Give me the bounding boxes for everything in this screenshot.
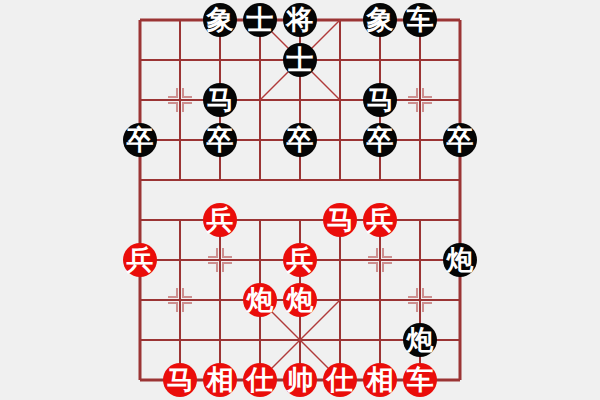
piece-red-king[interactable]: 帅 bbox=[283, 363, 317, 397]
piece-red-pawn[interactable]: 兵 bbox=[203, 203, 237, 237]
piece-glyph: 马 bbox=[367, 86, 394, 113]
piece-glyph: 兵 bbox=[287, 246, 314, 273]
piece-black-advisor[interactable]: 士 bbox=[283, 43, 317, 77]
piece-glyph: 仕 bbox=[247, 366, 274, 393]
piece-glyph: 将 bbox=[287, 6, 314, 33]
piece-glyph: 相 bbox=[207, 366, 234, 393]
piece-black-pawn[interactable]: 卒 bbox=[363, 123, 397, 157]
position-marker bbox=[168, 288, 192, 312]
xiangqi-board: 象士将象车士马马卒卒卒卒卒兵马兵兵兵炮炮炮炮马相仕帅仕相车 bbox=[0, 0, 600, 400]
piece-glyph: 炮 bbox=[287, 286, 314, 313]
piece-glyph: 兵 bbox=[207, 206, 234, 233]
piece-glyph: 卒 bbox=[287, 126, 314, 153]
piece-red-horse[interactable]: 马 bbox=[323, 203, 357, 237]
piece-glyph: 士 bbox=[287, 46, 314, 73]
piece-red-pawn[interactable]: 兵 bbox=[283, 243, 317, 277]
piece-black-pawn[interactable]: 卒 bbox=[283, 123, 317, 157]
position-marker bbox=[408, 288, 432, 312]
piece-glyph: 炮 bbox=[247, 286, 274, 313]
piece-glyph: 兵 bbox=[127, 246, 154, 273]
piece-glyph: 卒 bbox=[447, 126, 474, 153]
piece-glyph: 卒 bbox=[367, 126, 394, 153]
piece-black-king[interactable]: 将 bbox=[283, 3, 317, 37]
piece-red-advisor[interactable]: 仕 bbox=[323, 363, 357, 397]
piece-black-horse[interactable]: 马 bbox=[363, 83, 397, 117]
piece-glyph: 车 bbox=[407, 366, 434, 393]
piece-glyph: 车 bbox=[407, 6, 434, 33]
piece-glyph: 士 bbox=[247, 6, 274, 33]
piece-red-pawn[interactable]: 兵 bbox=[363, 203, 397, 237]
piece-glyph: 炮 bbox=[407, 326, 434, 353]
position-marker bbox=[368, 248, 392, 272]
piece-black-advisor[interactable]: 士 bbox=[243, 3, 277, 37]
position-marker bbox=[168, 88, 192, 112]
board-grid[interactable]: 象士将象车士马马卒卒卒卒卒兵马兵兵兵炮炮炮炮马相仕帅仕相车 bbox=[120, 0, 480, 400]
piece-glyph: 象 bbox=[367, 6, 394, 33]
piece-glyph: 象 bbox=[207, 6, 234, 33]
piece-glyph: 相 bbox=[367, 366, 394, 393]
piece-glyph: 马 bbox=[207, 86, 234, 113]
piece-red-chariot[interactable]: 车 bbox=[403, 363, 437, 397]
piece-black-elephant[interactable]: 象 bbox=[363, 3, 397, 37]
piece-black-pawn[interactable]: 卒 bbox=[443, 123, 477, 157]
piece-black-horse[interactable]: 马 bbox=[203, 83, 237, 117]
piece-glyph: 仕 bbox=[327, 366, 354, 393]
position-marker bbox=[208, 248, 232, 272]
piece-glyph: 马 bbox=[167, 366, 194, 393]
piece-glyph: 卒 bbox=[127, 126, 154, 153]
piece-black-chariot[interactable]: 车 bbox=[403, 3, 437, 37]
piece-red-elephant[interactable]: 相 bbox=[203, 363, 237, 397]
position-marker bbox=[408, 88, 432, 112]
piece-red-cannon[interactable]: 炮 bbox=[243, 283, 277, 317]
piece-glyph: 炮 bbox=[447, 246, 474, 273]
piece-red-cannon[interactable]: 炮 bbox=[283, 283, 317, 317]
piece-red-elephant[interactable]: 相 bbox=[363, 363, 397, 397]
piece-black-elephant[interactable]: 象 bbox=[203, 3, 237, 37]
piece-black-pawn[interactable]: 卒 bbox=[123, 123, 157, 157]
piece-glyph: 马 bbox=[327, 206, 354, 233]
piece-black-pawn[interactable]: 卒 bbox=[203, 123, 237, 157]
piece-glyph: 兵 bbox=[367, 206, 394, 233]
piece-red-horse[interactable]: 马 bbox=[163, 363, 197, 397]
piece-glyph: 卒 bbox=[207, 126, 234, 153]
piece-red-pawn[interactable]: 兵 bbox=[123, 243, 157, 277]
piece-black-cannon[interactable]: 炮 bbox=[403, 323, 437, 357]
piece-black-cannon[interactable]: 炮 bbox=[443, 243, 477, 277]
piece-glyph: 帅 bbox=[287, 366, 314, 393]
piece-red-advisor[interactable]: 仕 bbox=[243, 363, 277, 397]
